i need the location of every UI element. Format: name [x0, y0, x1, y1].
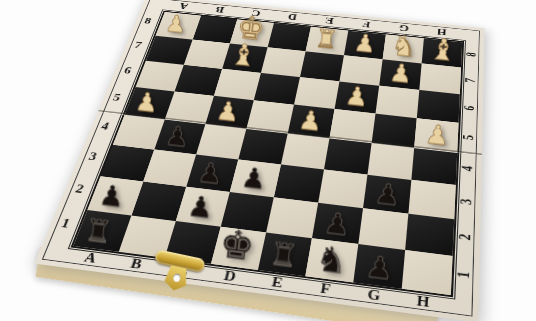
square-f2: ♟	[312, 203, 363, 244]
square-f6: ♟	[335, 81, 380, 113]
piece-black-pawn: ♟	[323, 209, 352, 241]
square-h1	[402, 250, 453, 295]
label-file-top-b: B	[209, 2, 232, 16]
piece-black-knight: ♞	[314, 241, 349, 279]
square-g4	[367, 143, 414, 180]
piece-black-pawn: ♟	[373, 180, 401, 211]
square-a3	[101, 145, 155, 182]
square-f1: ♞	[305, 238, 358, 282]
piece-black-pawn: ♟	[186, 193, 214, 224]
board-squares: ♟♚♜♟♞♝♝♟♟♟♟♟♟♟♟♟♟♟♟♟♜♚♜♞♟	[71, 11, 465, 298]
label-file-top-d: D	[282, 9, 304, 23]
label-rank-right-6: 6	[459, 100, 481, 117]
label-rank-left-4: 4	[91, 118, 118, 136]
square-c6	[214, 69, 261, 100]
piece-white-pawn: ♟	[215, 98, 241, 126]
piece-white-pawn: ♟	[297, 107, 323, 136]
square-h3	[408, 180, 455, 219]
square-h6	[417, 90, 460, 123]
piece-white-pawn: ♟	[353, 31, 377, 57]
product-photo-chess-set: ♟♚♜♟♞♝♝♟♟♟♟♟♟♟♟♟♟♟♟♟♜♚♜♞♟ AABBCCDDEEFFGG…	[0, 0, 536, 321]
square-g5	[372, 114, 417, 148]
piece-white-rook: ♜	[314, 26, 339, 53]
square-d7	[261, 47, 306, 77]
square-c3: ♟	[186, 155, 238, 193]
square-d4	[238, 129, 287, 165]
label-rank-right-5: 5	[458, 128, 481, 146]
square-b6	[175, 65, 223, 96]
square-h7	[419, 63, 461, 94]
piece-black-pawn: ♟	[364, 252, 394, 285]
label-rank-right-2: 2	[453, 226, 478, 248]
square-e7	[300, 51, 344, 81]
square-g6	[375, 86, 419, 118]
square-h4	[411, 148, 457, 185]
square-e4	[281, 134, 329, 170]
piece-white-pawn: ♟	[344, 83, 370, 111]
square-d1: ♚	[211, 227, 266, 270]
piece-black-pawn: ♟	[196, 159, 223, 189]
square-e2	[266, 197, 318, 238]
label-rank-right-3: 3	[455, 191, 479, 212]
square-d6	[254, 73, 300, 105]
piece-white-pawn: ♟	[134, 89, 159, 117]
square-b5	[165, 91, 214, 124]
label-file-top-e: E	[319, 13, 341, 27]
piece-black-pawn: ♟	[240, 164, 267, 194]
label-rank-right-1: 1	[451, 263, 477, 287]
piece-white-pawn: ♟	[424, 121, 451, 150]
square-h5: ♟	[414, 118, 458, 153]
square-a6	[136, 61, 184, 92]
square-g1: ♟	[353, 244, 405, 289]
square-h2	[405, 214, 454, 256]
label-file-top-c: C	[245, 6, 267, 20]
square-a4	[113, 115, 165, 150]
square-a5: ♟	[125, 87, 175, 120]
square-f4	[324, 138, 372, 174]
piece-white-knight: ♞	[390, 31, 418, 61]
square-e6	[294, 77, 339, 109]
piece-white-pawn: ♟	[388, 61, 413, 88]
square-e3	[274, 165, 324, 203]
label-file-top-g: G	[393, 20, 414, 34]
label-file-top-h: H	[431, 24, 452, 39]
piece-white-bishop: ♝	[428, 34, 457, 65]
square-b2	[131, 182, 186, 222]
piece-white-pawn: ♟	[164, 12, 187, 37]
piece-black-pawn: ♟	[164, 123, 190, 152]
piece-black-king: ♚	[218, 225, 256, 268]
label-rank-right-7: 7	[460, 73, 482, 89]
piece-black-rook: ♜	[268, 239, 299, 273]
label-rank-right-4: 4	[456, 159, 480, 178]
square-c7: ♝	[222, 43, 267, 73]
label-file-top-a: A	[173, 0, 196, 12]
square-b3	[143, 150, 196, 187]
piece-black-pawn: ♟	[98, 182, 126, 213]
square-g3: ♟	[363, 175, 411, 214]
square-f5	[329, 109, 375, 143]
label-file-top-f: F	[356, 17, 377, 31]
square-e1: ♜	[258, 232, 312, 276]
square-f3	[318, 170, 367, 209]
piece-white-bishop: ♝	[229, 39, 258, 71]
square-g2	[358, 208, 408, 250]
square-d3: ♟	[230, 160, 281, 198]
label-rank-right-8: 8	[461, 47, 482, 62]
piece-black-rook: ♜	[84, 215, 113, 248]
